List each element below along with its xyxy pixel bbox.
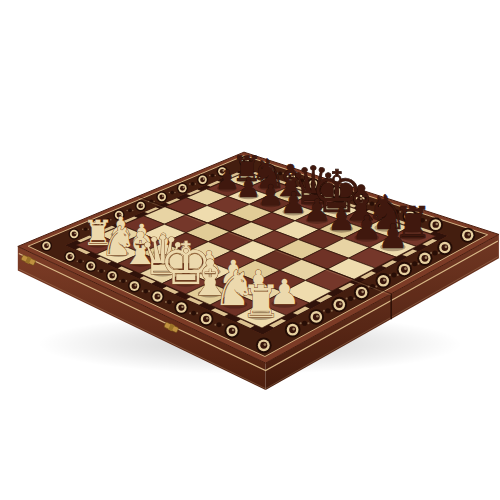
carve-dot bbox=[142, 290, 144, 292]
carve-dot bbox=[195, 183, 197, 185]
carve-dot bbox=[353, 297, 355, 299]
carve-dot bbox=[323, 310, 325, 312]
medallion-curl bbox=[404, 267, 407, 270]
carve-blob bbox=[167, 300, 171, 304]
carve-blob bbox=[170, 191, 174, 195]
carve-dot bbox=[174, 192, 176, 194]
carve-dot bbox=[209, 175, 211, 177]
chess-board: ♜♞♟♝♟♛♟♚♟♝♟♞♟♟♜♟♟♜♟♟♞♟♝♟♛♟♚♟♝♟♞♜ bbox=[0, 0, 500, 500]
carve-dot bbox=[397, 274, 399, 276]
medallion-curl bbox=[74, 232, 76, 234]
carve-dot bbox=[307, 322, 309, 324]
carve-dot bbox=[222, 324, 224, 326]
carve-blob bbox=[78, 259, 82, 263]
carve-dot bbox=[104, 270, 106, 272]
medallion-curl bbox=[468, 233, 471, 236]
carve-blob bbox=[391, 273, 396, 278]
medallion-center bbox=[203, 316, 209, 322]
medallion-curl bbox=[436, 223, 439, 226]
carve-dot bbox=[389, 274, 391, 276]
medallion-curl bbox=[339, 303, 342, 306]
carve-dot bbox=[165, 301, 167, 303]
medallion-curl bbox=[162, 195, 164, 197]
carve-dot bbox=[82, 260, 84, 262]
carve-dot bbox=[97, 270, 99, 272]
carve-dot bbox=[418, 263, 420, 265]
carve-blob bbox=[191, 311, 196, 316]
carve-blob bbox=[348, 296, 353, 301]
carve-blob bbox=[121, 279, 125, 283]
carve-dot bbox=[77, 260, 79, 262]
white-rook-h1: ♜ bbox=[241, 276, 281, 328]
carve-blob bbox=[412, 261, 417, 266]
medallion-curl bbox=[47, 244, 49, 246]
medallion-curl bbox=[206, 317, 209, 320]
medallion-center bbox=[132, 283, 138, 289]
medallion-center bbox=[178, 304, 184, 310]
medallion-curl bbox=[425, 256, 428, 259]
carve-blob bbox=[217, 322, 222, 327]
medallion-curl bbox=[181, 306, 183, 308]
carve-dot bbox=[300, 322, 302, 324]
carve-dot bbox=[148, 290, 150, 292]
medallion-curl bbox=[232, 329, 235, 332]
carve-dot bbox=[189, 312, 191, 314]
medallion-curl bbox=[264, 343, 267, 346]
medallion-center bbox=[109, 273, 115, 279]
carve-blob bbox=[144, 289, 148, 293]
medallion-curl bbox=[183, 187, 185, 189]
carve-dot bbox=[214, 324, 216, 326]
medallion-curl bbox=[445, 246, 448, 249]
carve-blob bbox=[302, 321, 307, 326]
carve-blob bbox=[191, 182, 195, 186]
medallion-curl bbox=[383, 279, 386, 282]
carve-blob bbox=[99, 269, 103, 273]
medallion-center bbox=[432, 221, 438, 227]
carve-dot bbox=[410, 263, 412, 265]
carve-dot bbox=[172, 301, 174, 303]
carve-blob bbox=[325, 308, 330, 313]
medallion-curl bbox=[292, 328, 295, 331]
carve-dot bbox=[331, 310, 333, 312]
black-pawn-h7: ♟ bbox=[378, 217, 408, 256]
carve-dot bbox=[346, 297, 348, 299]
chess-set-product-photo: ♜♞♟♝♟♛♟♚♟♝♟♞♟♟♜♟♟♜♟♟♞♟♝♟♛♟♚♟♝♟♞♜ bbox=[0, 0, 500, 500]
medallion-curl bbox=[91, 264, 93, 266]
carve-blob bbox=[432, 250, 437, 255]
medallion-curl bbox=[112, 274, 114, 276]
medallion-curl bbox=[316, 315, 319, 318]
carve-dot bbox=[169, 192, 171, 194]
medallion-curl bbox=[70, 255, 72, 257]
carve-dot bbox=[126, 280, 128, 282]
carve-dot bbox=[196, 312, 198, 314]
medallion-curl bbox=[141, 204, 143, 206]
medallion-curl bbox=[361, 290, 364, 293]
medallion-curl bbox=[203, 178, 205, 180]
medallion-center bbox=[229, 327, 236, 334]
medallion-curl bbox=[134, 284, 136, 286]
carve-dot bbox=[189, 183, 191, 185]
carve-dot bbox=[119, 280, 121, 282]
carve-dot bbox=[430, 252, 432, 254]
carve-blob bbox=[211, 174, 215, 178]
carve-dot bbox=[438, 252, 440, 254]
